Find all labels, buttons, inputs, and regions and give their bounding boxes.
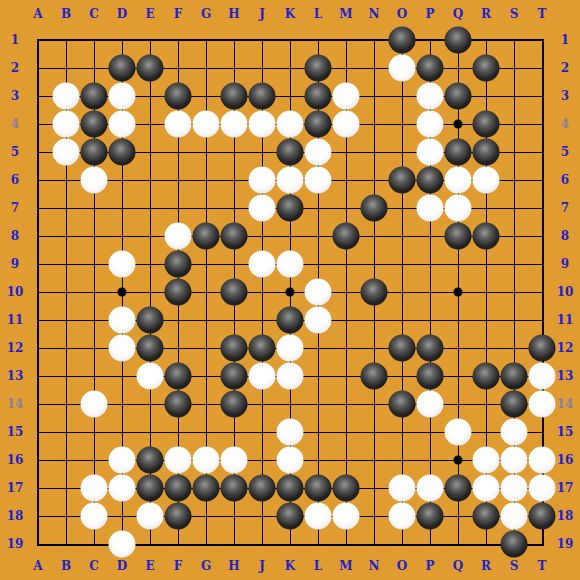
stone-black-q17[interactable] — [445, 475, 472, 502]
row-label-left-12: 12 — [7, 342, 24, 354]
stone-white-s18[interactable] — [501, 503, 528, 530]
stone-black-s14[interactable] — [501, 391, 528, 418]
stone-white-q15[interactable] — [445, 419, 472, 446]
stone-white-t14[interactable] — [529, 391, 556, 418]
stone-white-t16[interactable] — [529, 447, 556, 474]
col-label-bottom-r: R — [481, 560, 491, 572]
stone-white-b3[interactable] — [53, 83, 80, 110]
stone-white-d11[interactable] — [109, 307, 136, 334]
stone-white-p3[interactable] — [417, 83, 444, 110]
stone-black-j17[interactable] — [249, 475, 276, 502]
row-label-left-5: 5 — [11, 146, 19, 158]
stone-black-t12[interactable] — [529, 335, 556, 362]
col-label-bottom-l: L — [314, 560, 322, 572]
row-label-left-16: 16 — [7, 454, 24, 466]
hoshi-d10 — [118, 288, 127, 297]
col-label-top-h: H — [228, 8, 239, 20]
stone-black-g17[interactable] — [193, 475, 220, 502]
hoshi-q16 — [454, 456, 463, 465]
stone-white-f8[interactable] — [165, 223, 192, 250]
stone-white-l5[interactable] — [305, 139, 332, 166]
row-label-left-4: 4 — [11, 118, 19, 130]
stone-black-c4[interactable] — [81, 111, 108, 138]
stone-white-m3[interactable] — [333, 83, 360, 110]
stone-white-f4[interactable] — [165, 111, 192, 138]
col-label-bottom-a: A — [33, 560, 42, 572]
stone-black-j3[interactable] — [249, 83, 276, 110]
stone-black-l4[interactable] — [305, 111, 332, 138]
col-label-bottom-j: J — [259, 560, 265, 572]
row-label-left-9: 9 — [11, 258, 19, 270]
col-label-top-p: P — [425, 8, 434, 20]
col-label-bottom-n: N — [369, 560, 380, 572]
stone-black-p6[interactable] — [417, 167, 444, 194]
row-label-right-1: 1 — [561, 34, 569, 46]
stone-white-p4[interactable] — [417, 111, 444, 138]
col-label-bottom-g: G — [201, 560, 211, 572]
stone-black-d5[interactable] — [109, 139, 136, 166]
stone-black-h3[interactable] — [221, 83, 248, 110]
row-label-left-18: 18 — [7, 510, 24, 522]
stone-white-g16[interactable] — [193, 447, 220, 474]
stone-black-f3[interactable] — [165, 83, 192, 110]
stone-white-m18[interactable] — [333, 503, 360, 530]
col-label-bottom-c: C — [89, 560, 99, 572]
stone-white-j7[interactable] — [249, 195, 276, 222]
stone-black-r5[interactable] — [473, 139, 500, 166]
row-label-right-5: 5 — [561, 146, 569, 158]
stone-black-q1[interactable] — [445, 27, 472, 54]
col-label-top-g: G — [201, 8, 211, 20]
stone-white-l10[interactable] — [305, 279, 332, 306]
stone-black-f18[interactable] — [165, 503, 192, 530]
col-label-bottom-k: K — [285, 560, 295, 572]
stone-white-j13[interactable] — [249, 363, 276, 390]
col-label-top-e: E — [145, 8, 154, 20]
stone-black-p12[interactable] — [417, 335, 444, 362]
stone-white-d16[interactable] — [109, 447, 136, 474]
stone-white-l6[interactable] — [305, 167, 332, 194]
stone-white-s15[interactable] — [501, 419, 528, 446]
stone-black-s19[interactable] — [501, 531, 528, 558]
row-label-left-11: 11 — [7, 314, 24, 326]
row-label-right-14: 14 — [557, 398, 574, 410]
col-label-bottom-b: B — [61, 560, 71, 572]
stone-white-l18[interactable] — [305, 503, 332, 530]
stone-black-r18[interactable] — [473, 503, 500, 530]
col-label-bottom-e: E — [145, 560, 154, 572]
col-label-bottom-p: P — [425, 560, 434, 572]
stone-white-p14[interactable] — [417, 391, 444, 418]
stone-black-s13[interactable] — [501, 363, 528, 390]
row-label-right-15: 15 — [557, 426, 574, 438]
col-label-top-a: A — [33, 8, 42, 20]
col-label-top-f: F — [174, 8, 183, 20]
stone-white-r6[interactable] — [473, 167, 500, 194]
col-label-bottom-m: M — [339, 560, 352, 572]
stone-black-h12[interactable] — [221, 335, 248, 362]
stone-black-r13[interactable] — [473, 363, 500, 390]
stone-white-m4[interactable] — [333, 111, 360, 138]
row-label-left-10: 10 — [7, 286, 24, 298]
stone-white-s17[interactable] — [501, 475, 528, 502]
row-label-right-10: 10 — [557, 286, 574, 298]
stone-black-o12[interactable] — [389, 335, 416, 362]
col-label-bottom-s: S — [510, 560, 519, 572]
stone-black-g8[interactable] — [193, 223, 220, 250]
stone-black-e2[interactable] — [137, 55, 164, 82]
stone-white-h4[interactable] — [221, 111, 248, 138]
stone-black-h8[interactable] — [221, 223, 248, 250]
stone-black-h13[interactable] — [221, 363, 248, 390]
row-label-right-6: 6 — [561, 174, 569, 186]
row-label-right-11: 11 — [557, 314, 574, 326]
stone-white-d17[interactable] — [109, 475, 136, 502]
stone-black-p2[interactable] — [417, 55, 444, 82]
col-label-top-n: N — [369, 8, 380, 20]
stone-black-q8[interactable] — [445, 223, 472, 250]
row-label-right-2: 2 — [561, 62, 569, 74]
stone-black-l2[interactable] — [305, 55, 332, 82]
col-label-top-b: B — [61, 8, 71, 20]
stone-white-d12[interactable] — [109, 335, 136, 362]
row-label-left-8: 8 — [11, 230, 19, 242]
col-label-bottom-t: T — [538, 560, 547, 572]
col-label-top-q: Q — [453, 8, 463, 20]
stone-black-e17[interactable] — [137, 475, 164, 502]
stone-black-h14[interactable] — [221, 391, 248, 418]
row-label-left-6: 6 — [11, 174, 19, 186]
row-label-left-7: 7 — [11, 202, 19, 214]
stone-white-p5[interactable] — [417, 139, 444, 166]
col-label-top-m: M — [339, 8, 352, 20]
stone-white-k16[interactable] — [277, 447, 304, 474]
stone-black-r2[interactable] — [473, 55, 500, 82]
stone-black-k11[interactable] — [277, 307, 304, 334]
col-label-top-k: K — [285, 8, 295, 20]
stone-white-k4[interactable] — [277, 111, 304, 138]
stone-white-f16[interactable] — [165, 447, 192, 474]
stone-white-b4[interactable] — [53, 111, 80, 138]
stone-white-o2[interactable] — [389, 55, 416, 82]
stone-black-o14[interactable] — [389, 391, 416, 418]
stone-black-p18[interactable] — [417, 503, 444, 530]
hoshi-q4 — [454, 120, 463, 129]
stone-black-n13[interactable] — [361, 363, 388, 390]
stone-black-k7[interactable] — [277, 195, 304, 222]
stone-white-j9[interactable] — [249, 251, 276, 278]
col-label-bottom-o: O — [397, 560, 407, 572]
row-label-left-14: 14 — [7, 398, 24, 410]
stone-black-l17[interactable] — [305, 475, 332, 502]
stone-black-e12[interactable] — [137, 335, 164, 362]
col-label-top-c: C — [89, 8, 99, 20]
stone-white-k6[interactable] — [277, 167, 304, 194]
stone-white-e18[interactable] — [137, 503, 164, 530]
hoshi-k10 — [286, 288, 295, 297]
stone-black-l3[interactable] — [305, 83, 332, 110]
row-label-right-19: 19 — [557, 538, 574, 550]
stone-white-k12[interactable] — [277, 335, 304, 362]
stone-white-o17[interactable] — [389, 475, 416, 502]
row-label-left-17: 17 — [7, 482, 24, 494]
stone-white-k15[interactable] — [277, 419, 304, 446]
row-label-left-15: 15 — [7, 426, 24, 438]
row-label-left-1: 1 — [11, 34, 19, 46]
row-label-right-7: 7 — [561, 202, 569, 214]
col-label-top-d: D — [117, 8, 127, 20]
row-label-left-19: 19 — [7, 538, 24, 550]
row-label-left-2: 2 — [11, 62, 19, 74]
row-label-right-16: 16 — [557, 454, 574, 466]
stone-black-c3[interactable] — [81, 83, 108, 110]
stone-white-p17[interactable] — [417, 475, 444, 502]
stone-black-p13[interactable] — [417, 363, 444, 390]
row-label-left-3: 3 — [11, 90, 19, 102]
stone-black-f10[interactable] — [165, 279, 192, 306]
stone-white-d9[interactable] — [109, 251, 136, 278]
stone-white-e13[interactable] — [137, 363, 164, 390]
stone-black-m17[interactable] — [333, 475, 360, 502]
row-label-right-8: 8 — [561, 230, 569, 242]
col-label-top-l: L — [314, 8, 322, 20]
col-label-top-j: J — [259, 8, 265, 20]
stone-white-r17[interactable] — [473, 475, 500, 502]
stone-black-k17[interactable] — [277, 475, 304, 502]
row-label-right-4: 4 — [561, 118, 569, 130]
stone-white-t13[interactable] — [529, 363, 556, 390]
stone-white-s16[interactable] — [501, 447, 528, 474]
stone-black-t18[interactable] — [529, 503, 556, 530]
stone-black-d2[interactable] — [109, 55, 136, 82]
stone-white-t17[interactable] — [529, 475, 556, 502]
stone-white-c14[interactable] — [81, 391, 108, 418]
col-label-top-o: O — [397, 8, 407, 20]
stone-black-e16[interactable] — [137, 447, 164, 474]
stone-white-j4[interactable] — [249, 111, 276, 138]
col-label-top-s: S — [510, 8, 519, 20]
stone-white-k13[interactable] — [277, 363, 304, 390]
stone-black-o1[interactable] — [389, 27, 416, 54]
stone-black-h10[interactable] — [221, 279, 248, 306]
row-label-right-13: 13 — [557, 370, 574, 382]
row-label-left-13: 13 — [7, 370, 24, 382]
stone-black-q3[interactable] — [445, 83, 472, 110]
stone-black-n10[interactable] — [361, 279, 388, 306]
stone-white-q7[interactable] — [445, 195, 472, 222]
row-label-right-3: 3 — [561, 90, 569, 102]
row-label-right-17: 17 — [557, 482, 574, 494]
col-label-bottom-h: H — [228, 560, 239, 572]
stone-white-r16[interactable] — [473, 447, 500, 474]
stone-white-g4[interactable] — [193, 111, 220, 138]
row-label-right-12: 12 — [557, 342, 574, 354]
stone-white-o18[interactable] — [389, 503, 416, 530]
col-label-top-t: T — [538, 8, 547, 20]
stone-white-p7[interactable] — [417, 195, 444, 222]
hoshi-q10 — [454, 288, 463, 297]
stone-black-f14[interactable] — [165, 391, 192, 418]
go-board[interactable]: AABBCCDDEEFFGGHHJJKKLLMMNNOOPPQQRRSSTT11… — [0, 0, 580, 580]
stone-black-f9[interactable] — [165, 251, 192, 278]
stone-black-k5[interactable] — [277, 139, 304, 166]
stone-white-q6[interactable] — [445, 167, 472, 194]
stone-white-c18[interactable] — [81, 503, 108, 530]
stone-black-e11[interactable] — [137, 307, 164, 334]
col-label-bottom-d: D — [117, 560, 127, 572]
stone-white-d3[interactable] — [109, 83, 136, 110]
stone-black-m8[interactable] — [333, 223, 360, 250]
stone-black-h17[interactable] — [221, 475, 248, 502]
stone-white-h16[interactable] — [221, 447, 248, 474]
stone-black-f17[interactable] — [165, 475, 192, 502]
stone-white-d4[interactable] — [109, 111, 136, 138]
stone-white-j6[interactable] — [249, 167, 276, 194]
stone-white-b5[interactable] — [53, 139, 80, 166]
stone-black-r8[interactable] — [473, 223, 500, 250]
stone-black-r4[interactable] — [473, 111, 500, 138]
row-label-right-9: 9 — [561, 258, 569, 270]
row-label-right-18: 18 — [557, 510, 574, 522]
stone-black-o6[interactable] — [389, 167, 416, 194]
col-label-bottom-q: Q — [453, 560, 463, 572]
col-label-top-r: R — [481, 8, 491, 20]
stone-black-j12[interactable] — [249, 335, 276, 362]
stone-black-k18[interactable] — [277, 503, 304, 530]
stone-white-c17[interactable] — [81, 475, 108, 502]
stone-white-l11[interactable] — [305, 307, 332, 334]
stone-black-q5[interactable] — [445, 139, 472, 166]
stone-black-c5[interactable] — [81, 139, 108, 166]
stone-white-c6[interactable] — [81, 167, 108, 194]
stone-black-f13[interactable] — [165, 363, 192, 390]
stone-white-k9[interactable] — [277, 251, 304, 278]
stone-black-n7[interactable] — [361, 195, 388, 222]
stone-white-d19[interactable] — [109, 531, 136, 558]
col-label-bottom-f: F — [174, 560, 183, 572]
